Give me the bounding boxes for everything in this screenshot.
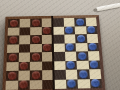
square-r1c7[interactable]: ⛂ xyxy=(74,18,86,26)
square-r3c7[interactable]: ⛂ xyxy=(75,34,87,43)
red-checker-piece[interactable]: ⛂ xyxy=(10,20,18,27)
square-r4c5[interactable] xyxy=(53,43,65,52)
square-r6c8[interactable]: ⛂ xyxy=(88,60,100,69)
blue-checker-piece[interactable]: ⛂ xyxy=(67,80,76,88)
red-checker-piece[interactable]: ⛂ xyxy=(20,62,28,70)
square-r1c2[interactable] xyxy=(19,19,30,27)
square-r6c6[interactable]: ⛂ xyxy=(65,60,77,69)
square-r7c2[interactable] xyxy=(18,71,30,81)
blue-checker-piece[interactable]: ⛂ xyxy=(89,43,97,50)
square-r4c4[interactable]: ⛂ xyxy=(41,43,53,52)
square-r3c1[interactable]: ⛂ xyxy=(7,35,19,44)
square-r4c2[interactable] xyxy=(18,44,30,53)
square-r8c1[interactable] xyxy=(5,80,17,90)
square-r6c1[interactable] xyxy=(6,62,18,71)
blue-checker-piece[interactable]: ⛂ xyxy=(77,35,85,42)
blue-checker-piece[interactable]: ⛂ xyxy=(79,70,88,78)
square-r5c4[interactable] xyxy=(41,52,53,61)
square-r7c6[interactable] xyxy=(65,70,77,80)
square-r1c1[interactable]: ⛂ xyxy=(8,19,19,27)
red-checker-piece[interactable]: ⛂ xyxy=(43,27,51,34)
square-r5c6[interactable] xyxy=(64,52,76,61)
square-r6c5[interactable] xyxy=(53,61,65,70)
square-r2c6[interactable]: ⛂ xyxy=(64,26,76,35)
square-r2c8[interactable]: ⛂ xyxy=(86,26,98,34)
square-r8c7[interactable] xyxy=(77,79,90,89)
square-r3c5[interactable] xyxy=(53,35,65,44)
square-r8c6[interactable]: ⛂ xyxy=(66,79,78,89)
square-r1c3[interactable]: ⛂ xyxy=(30,19,41,27)
square-r7c4[interactable] xyxy=(42,70,54,80)
square-r5c8[interactable] xyxy=(87,51,99,60)
square-r5c1[interactable]: ⛂ xyxy=(7,53,19,62)
red-checker-piece[interactable]: ⛂ xyxy=(19,81,27,89)
checkers-board-frame: ⛂⛂⛂⛂⛂⛂⛂⛂⛂⛂⛂⛂⛂⛂⛂⛂⛂⛂⛂⛂⛂⛂⛂⛂ xyxy=(2,15,105,90)
square-r2c4[interactable]: ⛂ xyxy=(41,26,52,35)
square-r2c5[interactable] xyxy=(52,26,63,35)
square-r2c1[interactable] xyxy=(8,27,19,36)
red-checker-piece[interactable]: ⛂ xyxy=(8,53,16,61)
square-r3c2[interactable] xyxy=(19,35,30,44)
red-checker-piece[interactable]: ⛂ xyxy=(43,44,51,51)
square-r6c3[interactable] xyxy=(30,61,42,70)
blue-checker-piece[interactable]: ⛂ xyxy=(66,44,74,51)
square-r5c2[interactable] xyxy=(18,52,30,61)
square-r4c8[interactable]: ⛂ xyxy=(87,42,99,51)
blue-checker-piece[interactable]: ⛂ xyxy=(90,61,99,69)
square-r8c2[interactable]: ⛂ xyxy=(18,80,30,90)
square-r1c5[interactable] xyxy=(52,18,63,26)
red-checker-piece[interactable]: ⛂ xyxy=(32,19,40,26)
square-r7c1[interactable]: ⛂ xyxy=(6,71,18,81)
red-checker-piece[interactable]: ⛂ xyxy=(8,72,17,80)
square-r8c8[interactable]: ⛂ xyxy=(89,78,102,88)
square-r6c2[interactable]: ⛂ xyxy=(18,61,30,70)
square-r5c5[interactable] xyxy=(53,52,65,61)
blue-checker-piece[interactable]: ⛂ xyxy=(91,79,100,87)
pen xyxy=(96,3,120,12)
square-r7c5[interactable] xyxy=(53,70,65,80)
square-r4c3[interactable] xyxy=(30,44,42,53)
square-r8c4[interactable] xyxy=(42,79,54,89)
square-r4c6[interactable]: ⛂ xyxy=(64,43,76,52)
square-r7c7[interactable]: ⛂ xyxy=(77,69,89,79)
blue-checker-piece[interactable]: ⛂ xyxy=(87,26,95,33)
square-r2c7[interactable] xyxy=(75,26,87,35)
square-r2c2[interactable] xyxy=(19,27,30,36)
square-r8c3[interactable] xyxy=(30,80,42,90)
checkers-board: ⛂⛂⛂⛂⛂⛂⛂⛂⛂⛂⛂⛂⛂⛂⛂⛂⛂⛂⛂⛂⛂⛂⛂⛂ xyxy=(5,18,102,90)
square-r5c3[interactable]: ⛂ xyxy=(30,52,42,61)
scene: ⛂⛂⛂⛂⛂⛂⛂⛂⛂⛂⛂⛂⛂⛂⛂⛂⛂⛂⛂⛂⛂⛂⛂⛂ xyxy=(0,0,120,90)
square-r2c3[interactable] xyxy=(30,27,41,36)
blue-checker-piece[interactable]: ⛂ xyxy=(65,27,73,34)
square-r4c1[interactable] xyxy=(7,44,19,53)
blue-checker-piece[interactable]: ⛂ xyxy=(67,61,75,69)
square-r7c3[interactable]: ⛂ xyxy=(30,70,42,80)
square-r8c5[interactable] xyxy=(54,79,66,89)
red-checker-piece[interactable]: ⛂ xyxy=(9,36,17,43)
square-r7c8[interactable] xyxy=(89,69,102,79)
square-r6c4[interactable] xyxy=(42,61,54,70)
blue-checker-piece[interactable]: ⛂ xyxy=(76,18,84,25)
square-r4c7[interactable] xyxy=(76,43,88,52)
square-r5c7[interactable]: ⛂ xyxy=(76,51,88,60)
pen-tip xyxy=(93,8,97,12)
red-checker-piece[interactable]: ⛂ xyxy=(32,36,40,43)
square-r6c7[interactable] xyxy=(76,60,88,69)
red-checker-piece[interactable]: ⛂ xyxy=(32,53,40,61)
blue-checker-piece[interactable]: ⛂ xyxy=(78,52,86,60)
square-r3c3[interactable]: ⛂ xyxy=(30,35,41,44)
red-checker-piece[interactable]: ⛂ xyxy=(32,71,40,79)
